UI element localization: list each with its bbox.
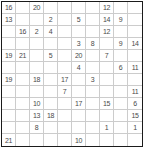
- cell-r3-c9[interactable]: [114, 26, 128, 38]
- cell-r1-c9[interactable]: [114, 2, 128, 14]
- clue-number: 6: [119, 64, 123, 71]
- cell-r3-c7[interactable]: [86, 26, 100, 38]
- cell-r9-c7[interactable]: [86, 98, 100, 110]
- cell-r2-c9[interactable]: 9: [114, 14, 128, 26]
- numberlink-board: 1620121325149162412389141921520746111918…: [1, 1, 143, 147]
- cell-r12-c10[interactable]: [128, 134, 142, 146]
- cell-r11-c1[interactable]: [2, 122, 16, 134]
- clue-number: 1: [105, 124, 109, 131]
- cell-r8-c3[interactable]: [30, 86, 44, 98]
- clue-number: 19: [5, 52, 12, 59]
- cell-r11-c5[interactable]: [58, 122, 72, 134]
- cell-r11-c6[interactable]: [72, 122, 86, 134]
- cell-r2-c8[interactable]: 14: [100, 14, 114, 26]
- cell-r9-c9[interactable]: [114, 98, 128, 110]
- cell-r9-c6[interactable]: 17: [72, 98, 86, 110]
- cell-r12-c3[interactable]: [30, 134, 44, 146]
- clue-number: 10: [75, 137, 82, 144]
- cell-r1-c5[interactable]: [58, 2, 72, 14]
- clue-number: 15: [131, 112, 138, 119]
- cell-r5-c6[interactable]: 20: [72, 50, 86, 62]
- cell-r10-c5[interactable]: [58, 110, 72, 122]
- cell-r10-c6[interactable]: [72, 110, 86, 122]
- cell-r8-c1[interactable]: [2, 86, 16, 98]
- cell-r3-c10[interactable]: [128, 26, 142, 38]
- clue-number: 14: [131, 40, 138, 47]
- clue-number: 16: [19, 28, 26, 35]
- cell-r4-c9[interactable]: 9: [114, 38, 128, 50]
- cell-r10-c2[interactable]: [16, 110, 30, 122]
- cell-r2-c3[interactable]: [30, 14, 44, 26]
- cell-r9-c8[interactable]: 15: [100, 98, 114, 110]
- cell-r12-c2[interactable]: [16, 134, 30, 146]
- cell-r12-c6[interactable]: 10: [72, 134, 86, 146]
- cell-r9-c5[interactable]: [58, 98, 72, 110]
- cell-r10-c8[interactable]: [100, 110, 114, 122]
- cell-r6-c10[interactable]: 11: [128, 62, 142, 74]
- cell-r9-c1[interactable]: [2, 98, 16, 110]
- cell-r8-c2[interactable]: [16, 86, 30, 98]
- clue-number: 12: [103, 4, 110, 11]
- clue-number: 9: [119, 40, 123, 47]
- cell-r2-c4[interactable]: 2: [44, 14, 58, 26]
- cell-r4-c6[interactable]: 3: [72, 38, 86, 50]
- clue-number: 8: [91, 40, 95, 47]
- cell-r3-c1[interactable]: [2, 26, 16, 38]
- clue-number: 20: [33, 4, 40, 11]
- cell-r7-c1[interactable]: 19: [2, 74, 16, 86]
- cell-r7-c8[interactable]: [100, 74, 114, 86]
- clue-number: 9: [119, 16, 123, 23]
- clue-number: 1: [133, 124, 137, 131]
- cell-r8-c6[interactable]: [72, 86, 86, 98]
- cell-r4-c2[interactable]: [16, 38, 30, 50]
- cell-r7-c9[interactable]: [114, 74, 128, 86]
- clue-number: 18: [47, 112, 54, 119]
- clue-number: 13: [5, 16, 12, 23]
- cell-r10-c10[interactable]: 15: [128, 110, 142, 122]
- cell-r7-c5[interactable]: 17: [58, 74, 72, 86]
- cell-r5-c10[interactable]: [128, 50, 142, 62]
- cell-r5-c9[interactable]: [114, 50, 128, 62]
- cell-r5-c3[interactable]: [30, 50, 44, 62]
- cell-r1-c10[interactable]: [128, 2, 142, 14]
- cell-r5-c7[interactable]: [86, 50, 100, 62]
- cell-r1-c1[interactable]: 16: [2, 2, 16, 14]
- cell-r3-c8[interactable]: 12: [100, 26, 114, 38]
- clue-number: 8: [35, 124, 39, 131]
- cell-r12-c9[interactable]: [114, 134, 128, 146]
- cell-r1-c4[interactable]: [44, 2, 58, 14]
- cell-r5-c2[interactable]: 21: [16, 50, 30, 62]
- cell-r11-c9[interactable]: [114, 122, 128, 134]
- cell-r5-c5[interactable]: [58, 50, 72, 62]
- cell-r11-c8[interactable]: 1: [100, 122, 114, 134]
- cell-r4-c8[interactable]: [100, 38, 114, 50]
- cell-r11-c2[interactable]: [16, 122, 30, 134]
- cell-r2-c6[interactable]: 5: [72, 14, 86, 26]
- cell-r6-c4[interactable]: [44, 62, 58, 74]
- clue-number: 18: [33, 76, 40, 83]
- clue-number: 2: [35, 28, 39, 35]
- clue-number: 17: [61, 76, 68, 83]
- cell-r1-c8[interactable]: 12: [100, 2, 114, 14]
- cell-r12-c1[interactable]: 21: [2, 134, 16, 146]
- cell-r6-c3[interactable]: [30, 62, 44, 74]
- cell-r8-c4[interactable]: [44, 86, 58, 98]
- clue-number: 5: [49, 52, 53, 59]
- cell-r11-c7[interactable]: [86, 122, 100, 134]
- clue-number: 3: [77, 40, 81, 47]
- cell-r11-c3[interactable]: 8: [30, 122, 44, 134]
- cell-r2-c7[interactable]: [86, 14, 100, 26]
- cell-r9-c2[interactable]: [16, 98, 30, 110]
- clue-number: 7: [63, 88, 67, 95]
- clue-number: 19: [5, 76, 12, 83]
- cell-r6-c5[interactable]: [58, 62, 72, 74]
- cell-r6-c2[interactable]: [16, 62, 30, 74]
- clue-number: 6: [133, 100, 137, 107]
- cell-r7-c10[interactable]: [128, 74, 142, 86]
- cell-r1-c3[interactable]: 20: [30, 2, 44, 14]
- clue-number: 21: [5, 137, 12, 144]
- clue-number: 15: [103, 100, 110, 107]
- cell-r11-c4[interactable]: [44, 122, 58, 134]
- cell-r2-c5[interactable]: [58, 14, 72, 26]
- cell-r5-c1[interactable]: 19: [2, 50, 16, 62]
- clue-number: 4: [49, 28, 53, 35]
- clue-number: 20: [75, 52, 82, 59]
- cell-r3-c5[interactable]: [58, 26, 72, 38]
- clue-number: 17: [75, 100, 82, 107]
- cell-r1-c7[interactable]: [86, 2, 100, 14]
- cell-r3-c6[interactable]: [72, 26, 86, 38]
- cell-r9-c3[interactable]: 10: [30, 98, 44, 110]
- cell-r4-c5[interactable]: [58, 38, 72, 50]
- clue-number: 11: [132, 64, 139, 71]
- cell-r12-c4[interactable]: [44, 134, 58, 146]
- cell-r9-c4[interactable]: [44, 98, 58, 110]
- clue-number: 21: [19, 52, 26, 59]
- clue-number: 11: [132, 88, 139, 95]
- clue-number: 16: [5, 4, 12, 11]
- cell-r1-c6[interactable]: [72, 2, 86, 14]
- cell-r10-c1[interactable]: [2, 110, 16, 122]
- cell-r5-c4[interactable]: 5: [44, 50, 58, 62]
- cell-r6-c6[interactable]: 4: [72, 62, 86, 74]
- cell-r4-c3[interactable]: [30, 38, 44, 50]
- cell-r1-c2[interactable]: [16, 2, 30, 14]
- cell-r10-c4[interactable]: 18: [44, 110, 58, 122]
- cell-r12-c8[interactable]: [100, 134, 114, 146]
- clue-number: 14: [103, 16, 110, 23]
- cell-r6-c1[interactable]: [2, 62, 16, 74]
- cell-r2-c10[interactable]: [128, 14, 142, 26]
- cell-r7-c6[interactable]: [72, 74, 86, 86]
- cell-r7-c4[interactable]: [44, 74, 58, 86]
- cell-r7-c7[interactable]: 3: [86, 74, 100, 86]
- cell-r6-c7[interactable]: [86, 62, 100, 74]
- clue-number: 5: [77, 16, 81, 23]
- cell-r10-c7[interactable]: [86, 110, 100, 122]
- cell-r8-c9[interactable]: [114, 86, 128, 98]
- cell-r6-c9[interactable]: 6: [114, 62, 128, 74]
- cell-r4-c4[interactable]: [44, 38, 58, 50]
- cell-r8-c7[interactable]: [86, 86, 100, 98]
- cell-r8-c5[interactable]: 7: [58, 86, 72, 98]
- cell-r11-c10[interactable]: 1: [128, 122, 142, 134]
- cell-r4-c1[interactable]: [2, 38, 16, 50]
- clue-number: 10: [33, 100, 40, 107]
- cell-r8-c10[interactable]: 11: [128, 86, 142, 98]
- clue-number: 13: [33, 112, 40, 119]
- cell-r2-c1[interactable]: 13: [2, 14, 16, 26]
- cell-r6-c8[interactable]: [100, 62, 114, 74]
- cell-r7-c3[interactable]: 18: [30, 74, 44, 86]
- cell-r4-c10[interactable]: 14: [128, 38, 142, 50]
- cell-r5-c8[interactable]: 7: [100, 50, 114, 62]
- clue-number: 7: [105, 52, 109, 59]
- cell-r10-c3[interactable]: 13: [30, 110, 44, 122]
- cell-r7-c2[interactable]: [16, 74, 30, 86]
- cell-r12-c7[interactable]: [86, 134, 100, 146]
- cell-r12-c5[interactable]: [58, 134, 72, 146]
- cell-r3-c3[interactable]: 2: [30, 26, 44, 38]
- cell-r3-c4[interactable]: 4: [44, 26, 58, 38]
- cell-r9-c10[interactable]: 6: [128, 98, 142, 110]
- cell-r3-c2[interactable]: 16: [16, 26, 30, 38]
- cell-r4-c7[interactable]: 8: [86, 38, 100, 50]
- cell-r10-c9[interactable]: [114, 110, 128, 122]
- cell-r2-c2[interactable]: [16, 14, 30, 26]
- clue-number: 3: [91, 76, 95, 83]
- clue-number: 4: [77, 64, 81, 71]
- clue-number: 12: [103, 28, 110, 35]
- cell-r8-c8[interactable]: [100, 86, 114, 98]
- clue-number: 2: [49, 16, 53, 23]
